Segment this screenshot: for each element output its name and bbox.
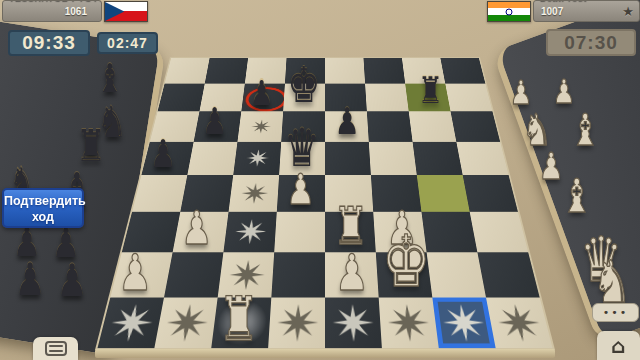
move-hint-star <box>332 304 374 341</box>
square-h2[interactable] <box>477 252 539 297</box>
square-b8[interactable] <box>205 58 248 84</box>
captured-black-rook[interactable]: ♜ <box>76 124 106 168</box>
player-name-white: TESSHAYOB PYOYO <box>9 0 101 3</box>
captured-black-pawn[interactable]: ♟ <box>57 258 87 303</box>
move-list-button[interactable] <box>33 337 78 360</box>
player-plate-black: DeatProst 1007 ★ <box>533 0 640 22</box>
square-c4[interactable] <box>229 175 280 212</box>
captured-white-pawn[interactable]: ♟ <box>553 75 575 108</box>
board-grid <box>95 57 555 350</box>
move-list-icon <box>45 341 67 356</box>
player-rating-white: 1061 <box>3 6 87 17</box>
square-e8[interactable] <box>325 58 365 84</box>
square-f6[interactable] <box>367 111 413 141</box>
square-h1[interactable] <box>486 298 553 349</box>
square-d1[interactable] <box>268 298 325 349</box>
czech-flag-triangle <box>105 2 147 21</box>
white-pawn-b3[interactable]: ♟ <box>181 206 212 252</box>
square-f7[interactable] <box>365 84 409 112</box>
confirm-move-label-line2: ход <box>32 210 54 224</box>
black-pawn-c7[interactable]: ♟ <box>250 76 273 110</box>
move-hint-star <box>163 304 210 341</box>
game-screen: TESSHAYOB PYOYO 1061 DeatProst 1007 ★ 09… <box>0 0 640 360</box>
move-hint-star <box>386 304 430 341</box>
white-rook-c1[interactable]: ♜ <box>218 288 259 349</box>
player-name-black: DeatProst <box>540 0 639 3</box>
square-b2[interactable] <box>164 252 223 297</box>
black-rook-g7[interactable]: ♜ <box>418 73 443 110</box>
favorite-star-icon: ★ <box>622 4 634 19</box>
square-f1[interactable] <box>379 298 439 349</box>
square-d2[interactable] <box>271 252 325 297</box>
captured-black-bishop[interactable]: ♝ <box>97 59 124 99</box>
black-main-clock: 07:30 <box>546 29 636 56</box>
square-g4[interactable] <box>417 175 470 212</box>
square-h5[interactable] <box>456 142 508 175</box>
move-hint-star <box>494 304 543 341</box>
move-hint-star <box>276 304 318 341</box>
square-e5[interactable] <box>325 142 371 175</box>
board-front-edge <box>95 349 555 358</box>
white-move-clock: 02:47 <box>97 32 158 54</box>
square-h7[interactable] <box>445 84 492 112</box>
black-pawn-a5[interactable]: ♟ <box>150 136 176 174</box>
square-f5[interactable] <box>369 142 417 175</box>
square-c6[interactable] <box>237 111 283 141</box>
chakra-icon <box>506 8 513 15</box>
move-hint-star <box>240 183 268 204</box>
black-pawn-b6[interactable]: ♟ <box>202 104 227 141</box>
square-b1[interactable] <box>154 298 217 349</box>
move-hint-star <box>234 219 267 244</box>
square-g1[interactable] <box>432 298 495 349</box>
white-pawn-d4[interactable]: ♟ <box>286 169 315 211</box>
captured-white-bishop[interactable]: ♝ <box>570 108 600 152</box>
home-button[interactable]: ⌂ <box>597 331 640 360</box>
move-hint-star <box>107 304 156 341</box>
square-h4[interactable] <box>463 175 518 212</box>
chess-board <box>95 57 555 350</box>
square-a1[interactable] <box>97 298 164 349</box>
square-h3[interactable] <box>470 212 529 253</box>
captured-black-pawn[interactable]: ♟ <box>15 257 45 302</box>
white-pawn-a2[interactable]: ♟ <box>118 248 152 298</box>
white-king-f2[interactable]: ♚ <box>382 227 430 298</box>
square-c3[interactable] <box>223 212 276 253</box>
square-a8[interactable] <box>165 58 210 84</box>
square-g5[interactable] <box>413 142 463 175</box>
move-hint-star <box>250 119 271 133</box>
square-d3[interactable] <box>274 212 325 253</box>
square-e1[interactable] <box>325 298 382 349</box>
white-main-clock: 09:33 <box>8 30 90 56</box>
white-pawn-e2[interactable]: ♟ <box>335 248 369 298</box>
square-b5[interactable] <box>187 142 237 175</box>
player-plate-white: TESSHAYOB PYOYO 1061 <box>2 0 102 22</box>
confirm-move-label-line1: Подтвердить <box>4 194 86 208</box>
square-g6[interactable] <box>409 111 457 141</box>
square-a7[interactable] <box>158 84 205 112</box>
india-flag-icon <box>487 1 531 22</box>
square-g2[interactable] <box>427 252 486 297</box>
black-king-d7[interactable]: ♚ <box>287 61 320 110</box>
square-f8[interactable] <box>363 58 405 84</box>
square-h8[interactable] <box>440 58 485 84</box>
move-hint-star <box>245 150 269 167</box>
square-a4[interactable] <box>132 175 187 212</box>
black-pawn-e6[interactable]: ♟ <box>335 104 360 141</box>
square-c5[interactable] <box>233 142 281 175</box>
captured-white-pawn[interactable]: ♟ <box>538 149 563 186</box>
more-options-button[interactable]: ••• <box>592 303 639 322</box>
captured-white-bishop[interactable]: ♝ <box>561 174 592 220</box>
czech-flag-icon <box>104 1 148 22</box>
move-hint-star <box>440 304 487 341</box>
square-h6[interactable] <box>451 111 501 141</box>
confirm-move-button[interactable]: Подтвердить ход <box>2 188 84 228</box>
